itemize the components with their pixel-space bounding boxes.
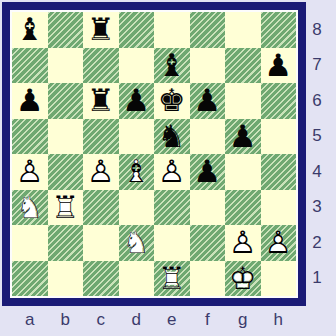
piece-glyph-outline: ♖ xyxy=(51,190,79,226)
piece-glyph: ♟ xyxy=(264,48,292,84)
square-b7[interactable] xyxy=(48,48,84,84)
piece-glyph: ♚ xyxy=(158,83,186,119)
square-f8[interactable] xyxy=(190,12,226,48)
square-c2[interactable] xyxy=(83,225,119,261)
rank-label-4: 4 xyxy=(304,154,330,190)
piece-glyph: ♟ xyxy=(16,83,44,119)
piece-glyph: ♝ xyxy=(158,48,186,84)
piece-black-pawn[interactable]: ♟ xyxy=(119,83,155,119)
square-h8[interactable] xyxy=(261,12,297,48)
piece-white-pawn[interactable]: ♟♙ xyxy=(154,154,190,190)
piece-glyph: ♝ xyxy=(16,12,44,48)
square-f2[interactable] xyxy=(190,225,226,261)
square-g7[interactable] xyxy=(225,48,261,84)
square-e3[interactable] xyxy=(154,190,190,226)
square-a7[interactable] xyxy=(12,48,48,84)
square-c8[interactable]: ♜ xyxy=(83,12,119,48)
square-b6[interactable] xyxy=(48,83,84,119)
piece-white-pawn[interactable]: ♟♙ xyxy=(225,225,261,261)
piece-white-pawn[interactable]: ♟♙ xyxy=(12,154,48,190)
rank-label-7: 7 xyxy=(304,48,330,84)
square-a3[interactable]: ♞♘ xyxy=(12,190,48,226)
piece-glyph-outline: ♖ xyxy=(158,261,186,297)
piece-white-king[interactable]: ♚♔ xyxy=(225,261,261,297)
piece-glyph-outline: ♙ xyxy=(87,154,115,190)
piece-glyph-outline: ♙ xyxy=(16,154,44,190)
square-b5[interactable] xyxy=(48,119,84,155)
piece-black-rook[interactable]: ♜ xyxy=(83,12,119,48)
file-labels: abcdefgh xyxy=(12,305,296,335)
piece-white-knight[interactable]: ♞♘ xyxy=(119,225,155,261)
square-g4[interactable] xyxy=(225,154,261,190)
square-g1[interactable]: ♚♔ xyxy=(225,261,261,297)
piece-black-bishop[interactable]: ♝ xyxy=(154,48,190,84)
square-h3[interactable] xyxy=(261,190,297,226)
square-e7[interactable]: ♝ xyxy=(154,48,190,84)
rank-label-2: 2 xyxy=(304,225,330,261)
piece-white-pawn[interactable]: ♟♙ xyxy=(261,225,297,261)
square-g5[interactable]: ♟ xyxy=(225,119,261,155)
square-a4[interactable]: ♟♙ xyxy=(12,154,48,190)
square-b3[interactable]: ♜♖ xyxy=(48,190,84,226)
square-e4[interactable]: ♟♙ xyxy=(154,154,190,190)
square-c3[interactable] xyxy=(83,190,119,226)
piece-glyph-outline: ♘ xyxy=(16,190,44,226)
rank-label-3: 3 xyxy=(304,190,330,226)
square-b2[interactable] xyxy=(48,225,84,261)
square-b1[interactable] xyxy=(48,261,84,297)
piece-glyph-outline: ♔ xyxy=(229,261,257,297)
piece-glyph: ♞ xyxy=(158,119,186,155)
file-label-f: f xyxy=(190,305,226,335)
file-label-g: g xyxy=(225,305,261,335)
piece-glyph: ♜ xyxy=(87,83,115,119)
square-d6[interactable]: ♟ xyxy=(119,83,155,119)
square-d1[interactable] xyxy=(119,261,155,297)
file-label-h: h xyxy=(261,305,297,335)
piece-black-king[interactable]: ♚ xyxy=(154,83,190,119)
rank-label-6: 6 xyxy=(304,83,330,119)
square-f7[interactable] xyxy=(190,48,226,84)
file-label-d: d xyxy=(119,305,155,335)
square-h7[interactable]: ♟ xyxy=(261,48,297,84)
chess-diagram: ♝♜♝♟♟♜♟♚♟♞♟♟♙♟♙♝♗♟♙♟♞♘♜♖♞♘♟♙♟♙♜♖♚♔ 87654… xyxy=(0,0,336,336)
piece-black-knight[interactable]: ♞ xyxy=(154,119,190,155)
square-c4[interactable]: ♟♙ xyxy=(83,154,119,190)
square-a6[interactable]: ♟ xyxy=(12,83,48,119)
board-frame: ♝♜♝♟♟♜♟♚♟♞♟♟♙♟♙♝♗♟♙♟♞♘♜♖♞♘♟♙♟♙♜♖♚♔ xyxy=(2,2,306,306)
piece-white-knight[interactable]: ♞♘ xyxy=(12,190,48,226)
file-label-b: b xyxy=(48,305,84,335)
square-f1[interactable] xyxy=(190,261,226,297)
square-d7[interactable] xyxy=(119,48,155,84)
piece-glyph: ♟ xyxy=(193,83,221,119)
piece-glyph-outline: ♗ xyxy=(122,154,150,190)
piece-white-pawn[interactable]: ♟♙ xyxy=(83,154,119,190)
square-a1[interactable] xyxy=(12,261,48,297)
square-f3[interactable] xyxy=(190,190,226,226)
square-h5[interactable] xyxy=(261,119,297,155)
piece-glyph-outline: ♙ xyxy=(264,225,292,261)
file-label-c: c xyxy=(83,305,119,335)
piece-black-pawn[interactable]: ♟ xyxy=(225,119,261,155)
rank-label-1: 1 xyxy=(304,261,330,297)
piece-glyph-outline: ♘ xyxy=(122,225,150,261)
square-e2[interactable] xyxy=(154,225,190,261)
piece-white-bishop[interactable]: ♝♗ xyxy=(119,154,155,190)
chess-board: ♝♜♝♟♟♜♟♚♟♞♟♟♙♟♙♝♗♟♙♟♞♘♜♖♞♘♟♙♟♙♜♖♚♔ xyxy=(12,12,296,296)
square-e1[interactable]: ♜♖ xyxy=(154,261,190,297)
piece-black-bishop[interactable]: ♝ xyxy=(12,12,48,48)
piece-white-rook[interactable]: ♜♖ xyxy=(154,261,190,297)
piece-glyph: ♟ xyxy=(193,154,221,190)
square-d5[interactable] xyxy=(119,119,155,155)
rank-label-8: 8 xyxy=(304,12,330,48)
piece-glyph-outline: ♙ xyxy=(229,225,257,261)
piece-glyph: ♟ xyxy=(229,119,257,155)
square-d8[interactable] xyxy=(119,12,155,48)
square-c1[interactable] xyxy=(83,261,119,297)
piece-black-rook[interactable]: ♜ xyxy=(83,83,119,119)
square-c7[interactable] xyxy=(83,48,119,84)
square-h1[interactable] xyxy=(261,261,297,297)
square-b8[interactable] xyxy=(48,12,84,48)
square-b4[interactable] xyxy=(48,154,84,190)
square-a8[interactable]: ♝ xyxy=(12,12,48,48)
square-e6[interactable]: ♚ xyxy=(154,83,190,119)
square-g2[interactable]: ♟♙ xyxy=(225,225,261,261)
square-g8[interactable] xyxy=(225,12,261,48)
square-f4[interactable]: ♟ xyxy=(190,154,226,190)
square-h4[interactable] xyxy=(261,154,297,190)
piece-glyph: ♟ xyxy=(122,83,150,119)
rank-label-5: 5 xyxy=(304,119,330,155)
square-d4[interactable]: ♝♗ xyxy=(119,154,155,190)
piece-white-rook[interactable]: ♜♖ xyxy=(48,190,84,226)
piece-black-pawn[interactable]: ♟ xyxy=(261,48,297,84)
square-e5[interactable]: ♞ xyxy=(154,119,190,155)
piece-glyph-outline: ♙ xyxy=(158,154,186,190)
square-e8[interactable] xyxy=(154,12,190,48)
square-c6[interactable]: ♜ xyxy=(83,83,119,119)
piece-black-pawn[interactable]: ♟ xyxy=(12,83,48,119)
square-g6[interactable] xyxy=(225,83,261,119)
piece-glyph: ♜ xyxy=(87,12,115,48)
square-h6[interactable] xyxy=(261,83,297,119)
rank-labels: 87654321 xyxy=(304,12,330,296)
file-label-a: a xyxy=(12,305,48,335)
square-d2[interactable]: ♞♘ xyxy=(119,225,155,261)
square-d3[interactable] xyxy=(119,190,155,226)
square-f5[interactable] xyxy=(190,119,226,155)
square-f6[interactable]: ♟ xyxy=(190,83,226,119)
square-g3[interactable] xyxy=(225,190,261,226)
square-a2[interactable] xyxy=(12,225,48,261)
square-c5[interactable] xyxy=(83,119,119,155)
piece-black-pawn[interactable]: ♟ xyxy=(190,83,226,119)
square-a5[interactable] xyxy=(12,119,48,155)
file-label-e: e xyxy=(154,305,190,335)
piece-black-pawn[interactable]: ♟ xyxy=(190,154,226,190)
square-h2[interactable]: ♟♙ xyxy=(261,225,297,261)
